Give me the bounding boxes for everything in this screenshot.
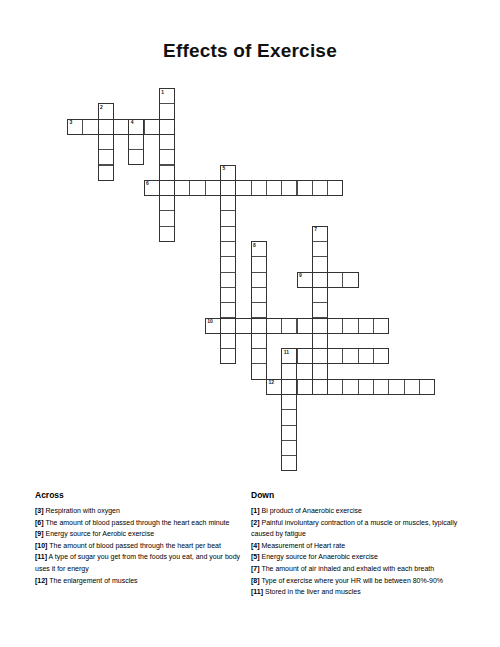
down-header: Down bbox=[251, 490, 463, 501]
crossword-cell-r13-c10[interactable] bbox=[220, 287, 236, 303]
crossword-cell-r2-c5[interactable] bbox=[144, 119, 160, 135]
clue-across-10: [10] The amount of blood passed through … bbox=[35, 540, 250, 552]
crossword-cell-r19-c21[interactable] bbox=[388, 379, 404, 395]
crossword-cell-r9-c16[interactable]: 7 bbox=[312, 226, 328, 242]
crossword-cell-r3-c2[interactable] bbox=[98, 134, 114, 150]
crossword-cell-r6-c12[interactable] bbox=[251, 180, 267, 196]
crossword-cell-r6-c6[interactable] bbox=[159, 180, 175, 196]
cell-number-4: 4 bbox=[131, 120, 134, 125]
clue-across-12: [12] The enlargement of muscles bbox=[35, 575, 250, 587]
crossword-cell-r6-c14[interactable] bbox=[281, 180, 297, 196]
cell-number-3: 3 bbox=[70, 120, 73, 125]
crossword-cell-r17-c19[interactable] bbox=[358, 348, 374, 364]
crossword-cell-r22-c14[interactable] bbox=[281, 425, 297, 441]
cell-number-1: 1 bbox=[161, 90, 164, 95]
crossword-cell-r13-c16[interactable] bbox=[312, 287, 328, 303]
cell-number-10: 10 bbox=[207, 319, 213, 324]
crossword-cell-r3-c6[interactable] bbox=[159, 134, 175, 150]
cell-number-2: 2 bbox=[100, 105, 103, 110]
crossword-cell-r12-c10[interactable] bbox=[220, 272, 236, 288]
clue-number-label: [12] bbox=[35, 577, 47, 584]
crossword-cell-r5-c2[interactable] bbox=[98, 165, 114, 181]
crossword-cell-r18-c12[interactable] bbox=[251, 363, 267, 379]
crossword-cell-r10-c16[interactable] bbox=[312, 241, 328, 257]
clue-down-1: [1] Bi product of Anaerobic exercise bbox=[251, 505, 463, 517]
crossword-cell-r15-c14[interactable] bbox=[281, 318, 297, 334]
crossword-cell-r24-c14[interactable] bbox=[281, 455, 297, 471]
crossword-cell-r19-c13[interactable]: 12 bbox=[266, 379, 282, 395]
crossword-cell-r15-c11[interactable] bbox=[235, 318, 251, 334]
crossword-cell-r2-c6[interactable] bbox=[159, 119, 175, 135]
crossword-cell-r5-c6[interactable] bbox=[159, 165, 175, 181]
down-clue-list: [1] Bi product of Anaerobic exercise[2] … bbox=[251, 505, 463, 598]
crossword-cell-r19-c19[interactable] bbox=[358, 379, 374, 395]
crossword-cell-r16-c16[interactable] bbox=[312, 333, 328, 349]
crossword-cell-r15-c16[interactable] bbox=[312, 318, 328, 334]
crossword-cell-r4-c2[interactable] bbox=[98, 149, 114, 165]
cell-number-5: 5 bbox=[223, 166, 226, 171]
crossword-cell-r6-c11[interactable] bbox=[235, 180, 251, 196]
clue-down-8: [8] Type of exercise where your HR will … bbox=[251, 575, 463, 587]
crossword-cell-r13-c12[interactable] bbox=[251, 287, 267, 303]
clue-number-label: [4] bbox=[251, 542, 260, 549]
crossword-cell-r2-c4[interactable]: 4 bbox=[128, 119, 144, 135]
clue-down-5: [5] Energy source for Anaerobic exercise bbox=[251, 551, 463, 563]
clue-number-label: [7] bbox=[251, 565, 260, 572]
crossword-cell-r19-c17[interactable] bbox=[327, 379, 343, 395]
clue-across-3: [3] Respiration with oxygen bbox=[35, 505, 250, 517]
crossword-cell-r0-c6[interactable]: 1 bbox=[159, 88, 175, 104]
crossword-cell-r8-c10[interactable] bbox=[220, 210, 236, 226]
crossword-cell-r20-c14[interactable] bbox=[281, 394, 297, 410]
crossword-cell-r16-c12[interactable] bbox=[251, 333, 267, 349]
crossword-cell-r6-c5[interactable]: 6 bbox=[144, 180, 160, 196]
crossword-cell-r11-c12[interactable] bbox=[251, 256, 267, 272]
across-clue-list: [3] Respiration with oxygen[6] The amoun… bbox=[35, 505, 250, 586]
crossword-cell-r14-c10[interactable] bbox=[220, 302, 236, 318]
crossword-cell-r15-c18[interactable] bbox=[342, 318, 358, 334]
clue-number-label: [1] bbox=[251, 507, 260, 514]
crossword-cell-r11-c16[interactable] bbox=[312, 256, 328, 272]
crossword-cell-r9-c10[interactable] bbox=[220, 226, 236, 242]
crossword-cell-r12-c18[interactable] bbox=[342, 272, 358, 288]
clue-number-label: [3] bbox=[35, 507, 44, 514]
crossword-cell-r19-c15[interactable] bbox=[297, 379, 313, 395]
crossword-cell-r10-c10[interactable] bbox=[220, 241, 236, 257]
clue-down-7: [7] The amount of air inhaled and exhale… bbox=[251, 563, 463, 575]
crossword-cell-r15-c17[interactable] bbox=[327, 318, 343, 334]
puzzle-title: Effects of Exercise bbox=[0, 40, 500, 62]
crossword-cell-r16-c10[interactable] bbox=[220, 333, 236, 349]
crossword-cell-r15-c15[interactable] bbox=[297, 318, 313, 334]
cell-number-9: 9 bbox=[299, 273, 302, 278]
crossword-cell-r2-c2[interactable] bbox=[98, 119, 114, 135]
crossword-cell-r5-c10[interactable]: 5 bbox=[220, 165, 236, 181]
crossword-cell-r19-c23[interactable] bbox=[419, 379, 435, 395]
crossword-cell-r2-c3[interactable] bbox=[113, 119, 129, 135]
crossword-cell-r3-c4[interactable] bbox=[128, 134, 144, 150]
crossword-cell-r10-c12[interactable]: 8 bbox=[251, 241, 267, 257]
crossword-cell-r12-c15[interactable]: 9 bbox=[297, 272, 313, 288]
crossword-cell-r6-c13[interactable] bbox=[266, 180, 282, 196]
clue-number-label: [6] bbox=[35, 519, 44, 526]
crossword-cell-r14-c16[interactable] bbox=[312, 302, 328, 318]
cell-number-11: 11 bbox=[284, 350, 289, 355]
crossword-cell-r19-c14[interactable] bbox=[281, 379, 297, 395]
across-clues-section: Across [3] Respiration with oxygen[6] Th… bbox=[35, 490, 250, 586]
cell-number-7: 7 bbox=[314, 227, 317, 232]
crossword-cell-r15-c10[interactable] bbox=[220, 318, 236, 334]
crossword-cell-r19-c22[interactable] bbox=[404, 379, 420, 395]
clue-down-11: [11] Stored in the liver and muscles bbox=[251, 586, 463, 598]
clue-number-label: [8] bbox=[251, 577, 260, 584]
crossword-cell-r2-c1[interactable] bbox=[82, 119, 98, 135]
crossword-cell-r17-c14[interactable]: 11 bbox=[281, 348, 297, 364]
clue-down-2: [2] Painful involuntary contraction of a… bbox=[251, 517, 463, 540]
crossword-cell-r19-c16[interactable] bbox=[312, 379, 328, 395]
cell-number-8: 8 bbox=[253, 243, 256, 248]
crossword-cell-r1-c6[interactable] bbox=[159, 103, 175, 119]
crossword-cell-r6-c17[interactable] bbox=[327, 180, 343, 196]
crossword-cell-r14-c12[interactable] bbox=[251, 302, 267, 318]
crossword-cell-r2-c0[interactable]: 3 bbox=[67, 119, 83, 135]
crossword-cell-r6-c8[interactable] bbox=[189, 180, 205, 196]
down-clues-section: Down [1] Bi product of Anaerobic exercis… bbox=[251, 490, 463, 598]
crossword-cell-r18-c14[interactable] bbox=[281, 363, 297, 379]
crossword-cell-r15-c13[interactable] bbox=[266, 318, 282, 334]
crossword-cell-r17-c20[interactable] bbox=[373, 348, 389, 364]
crossword-cell-r1-c2[interactable]: 2 bbox=[98, 103, 114, 119]
crossword-cell-r21-c14[interactable] bbox=[281, 409, 297, 425]
crossword-cell-r17-c16[interactable] bbox=[312, 348, 328, 364]
crossword-cell-r17-c15[interactable] bbox=[297, 348, 313, 364]
crossword-cell-r15-c12[interactable] bbox=[251, 318, 267, 334]
crossword-cell-r19-c20[interactable] bbox=[373, 379, 389, 395]
crossword-cell-r6-c7[interactable] bbox=[174, 180, 190, 196]
page: Effects of Exercise 123456789101112 Acro… bbox=[0, 0, 500, 647]
crossword-cell-r12-c16[interactable] bbox=[312, 272, 328, 288]
clue-number-label: [10] bbox=[35, 542, 47, 549]
crossword-cell-r15-c9[interactable]: 10 bbox=[205, 318, 221, 334]
crossword-cell-r4-c6[interactable] bbox=[159, 149, 175, 165]
crossword-cell-r17-c10[interactable] bbox=[220, 348, 236, 364]
crossword-cell-r15-c20[interactable] bbox=[373, 318, 389, 334]
clue-number-label: [5] bbox=[251, 553, 260, 560]
crossword-cell-r18-c16[interactable] bbox=[312, 363, 328, 379]
crossword-cell-r23-c14[interactable] bbox=[281, 440, 297, 456]
crossword-cell-r4-c4[interactable] bbox=[128, 149, 144, 165]
crossword-cell-r12-c17[interactable] bbox=[327, 272, 343, 288]
crossword-cell-r8-c6[interactable] bbox=[159, 210, 175, 226]
crossword-cell-r7-c6[interactable] bbox=[159, 195, 175, 211]
crossword-cell-r15-c19[interactable] bbox=[358, 318, 374, 334]
crossword-cell-r9-c6[interactable] bbox=[159, 226, 175, 242]
clue-across-11: [11] A type of sugar you get from the fo… bbox=[35, 551, 250, 574]
crossword-cell-r6-c16[interactable] bbox=[312, 180, 328, 196]
cell-number-6: 6 bbox=[146, 181, 149, 186]
clue-number-label: [11] bbox=[251, 588, 263, 595]
clue-number-label: [11] bbox=[35, 553, 47, 560]
crossword-cell-r6-c10[interactable] bbox=[220, 180, 236, 196]
clue-across-9: [9] Energy source for Aerobic exercise bbox=[35, 528, 250, 540]
crossword-cell-r6-c15[interactable] bbox=[297, 180, 313, 196]
crossword-cell-r17-c12[interactable] bbox=[251, 348, 267, 364]
across-header: Across bbox=[35, 490, 250, 501]
clue-number-label: [2] bbox=[251, 519, 260, 526]
crossword-cell-r19-c18[interactable] bbox=[342, 379, 358, 395]
crossword-grid: 123456789101112 bbox=[67, 88, 435, 471]
cell-number-12: 12 bbox=[268, 380, 274, 385]
crossword-cell-r17-c18[interactable] bbox=[342, 348, 358, 364]
crossword-cell-r7-c10[interactable] bbox=[220, 195, 236, 211]
crossword-cell-r6-c9[interactable] bbox=[205, 180, 221, 196]
clue-number-label: [9] bbox=[35, 530, 44, 537]
clue-across-6: [6] The amount of blood passed through t… bbox=[35, 517, 250, 529]
crossword-cell-r11-c10[interactable] bbox=[220, 256, 236, 272]
crossword-cell-r12-c12[interactable] bbox=[251, 272, 267, 288]
clue-down-4: [4] Measurement of Heart rate bbox=[251, 540, 463, 552]
crossword-cell-r17-c17[interactable] bbox=[327, 348, 343, 364]
